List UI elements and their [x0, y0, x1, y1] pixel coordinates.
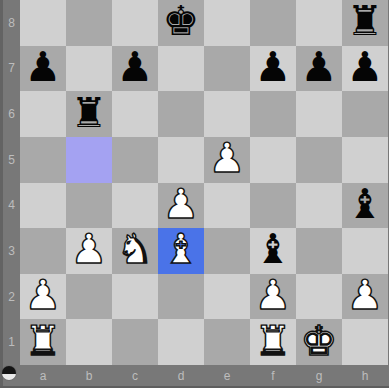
square-g7[interactable]: ♟ — [296, 46, 342, 92]
square-b6[interactable]: ♜ — [66, 91, 112, 137]
square-e7[interactable] — [204, 46, 250, 92]
square-b8[interactable] — [66, 0, 112, 46]
square-b4[interactable] — [66, 183, 112, 229]
square-e5[interactable]: ♟ — [204, 137, 250, 183]
square-f5[interactable] — [250, 137, 296, 183]
square-g4[interactable] — [296, 183, 342, 229]
square-c5[interactable] — [112, 137, 158, 183]
square-d6[interactable] — [158, 91, 204, 137]
rank-label-6: 6 — [3, 91, 20, 137]
square-c3[interactable]: ♞ — [112, 228, 158, 274]
chess-board-app: ♚♜♟♟♟♟♟♜♟♟♝♟♞♝♝♟♟♟♜♜♚ 87654321 abcdefgh — [0, 0, 389, 388]
turn-indicator-black-to-move — [2, 366, 16, 380]
square-a1[interactable]: ♜ — [20, 319, 66, 365]
square-g8[interactable] — [296, 0, 342, 46]
square-e6[interactable] — [204, 91, 250, 137]
piece-white-rook[interactable]: ♜ — [25, 321, 62, 362]
square-f4[interactable] — [250, 183, 296, 229]
piece-white-knight[interactable]: ♞ — [117, 229, 154, 270]
square-e8[interactable] — [204, 0, 250, 46]
piece-black-pawn[interactable]: ♟ — [255, 47, 292, 88]
square-c2[interactable] — [112, 274, 158, 320]
square-e4[interactable] — [204, 183, 250, 229]
rank-label-8: 8 — [3, 0, 20, 46]
piece-white-pawn[interactable]: ♟ — [25, 275, 62, 316]
rank-label-3: 3 — [3, 228, 20, 274]
square-e2[interactable] — [204, 274, 250, 320]
piece-black-rook[interactable]: ♜ — [347, 1, 384, 42]
piece-black-pawn[interactable]: ♟ — [301, 47, 338, 88]
square-c8[interactable] — [112, 0, 158, 46]
chess-board[interactable]: ♚♜♟♟♟♟♟♜♟♟♝♟♞♝♝♟♟♟♜♜♚ — [20, 0, 388, 365]
piece-white-pawn[interactable]: ♟ — [347, 275, 384, 316]
rank-label-5: 5 — [3, 137, 20, 183]
piece-black-pawn[interactable]: ♟ — [117, 47, 154, 88]
square-h7[interactable]: ♟ — [342, 46, 388, 92]
square-d7[interactable] — [158, 46, 204, 92]
piece-black-king[interactable]: ♚ — [163, 1, 200, 42]
square-h4[interactable]: ♝ — [342, 183, 388, 229]
square-b5[interactable] — [66, 137, 112, 183]
piece-black-bishop[interactable]: ♝ — [255, 229, 292, 270]
square-f7[interactable]: ♟ — [250, 46, 296, 92]
file-label-f: f — [250, 365, 296, 386]
square-d3[interactable]: ♝ — [158, 228, 204, 274]
square-f6[interactable] — [250, 91, 296, 137]
piece-black-pawn[interactable]: ♟ — [25, 47, 62, 88]
square-b1[interactable] — [66, 319, 112, 365]
square-g3[interactable] — [296, 228, 342, 274]
square-d8[interactable]: ♚ — [158, 0, 204, 46]
piece-black-rook[interactable]: ♜ — [71, 93, 108, 134]
rank-label-2: 2 — [3, 274, 20, 320]
rank-label-1: 1 — [3, 319, 20, 365]
square-h5[interactable] — [342, 137, 388, 183]
square-g6[interactable] — [296, 91, 342, 137]
square-h2[interactable]: ♟ — [342, 274, 388, 320]
square-a8[interactable] — [20, 0, 66, 46]
file-label-e: e — [204, 365, 250, 386]
piece-white-king[interactable]: ♚ — [301, 321, 338, 362]
file-label-g: g — [296, 365, 342, 386]
piece-black-bishop[interactable]: ♝ — [347, 184, 384, 225]
file-label-a: a — [20, 365, 66, 386]
square-h6[interactable] — [342, 91, 388, 137]
square-e1[interactable] — [204, 319, 250, 365]
square-f2[interactable]: ♟ — [250, 274, 296, 320]
square-a4[interactable] — [20, 183, 66, 229]
piece-black-pawn[interactable]: ♟ — [347, 47, 384, 88]
file-label-h: h — [342, 365, 388, 386]
square-c4[interactable] — [112, 183, 158, 229]
square-a2[interactable]: ♟ — [20, 274, 66, 320]
rank-label-7: 7 — [3, 46, 20, 92]
square-f3[interactable]: ♝ — [250, 228, 296, 274]
file-coordinates: abcdefgh — [20, 365, 388, 386]
piece-white-pawn[interactable]: ♟ — [209, 138, 246, 179]
square-g1[interactable]: ♚ — [296, 319, 342, 365]
square-c1[interactable] — [112, 319, 158, 365]
piece-white-pawn[interactable]: ♟ — [163, 184, 200, 225]
square-a5[interactable] — [20, 137, 66, 183]
square-d5[interactable] — [158, 137, 204, 183]
square-c7[interactable]: ♟ — [112, 46, 158, 92]
square-b3[interactable]: ♟ — [66, 228, 112, 274]
square-a6[interactable] — [20, 91, 66, 137]
square-e3[interactable] — [204, 228, 250, 274]
square-g2[interactable] — [296, 274, 342, 320]
piece-white-pawn[interactable]: ♟ — [71, 229, 108, 270]
piece-white-rook[interactable]: ♜ — [255, 321, 292, 362]
rank-coordinates: 87654321 — [3, 0, 20, 365]
square-c6[interactable] — [112, 91, 158, 137]
square-a3[interactable] — [20, 228, 66, 274]
square-g5[interactable] — [296, 137, 342, 183]
square-b7[interactable] — [66, 46, 112, 92]
square-h8[interactable]: ♜ — [342, 0, 388, 46]
square-f8[interactable] — [250, 0, 296, 46]
square-a7[interactable]: ♟ — [20, 46, 66, 92]
rank-label-4: 4 — [3, 183, 20, 229]
square-b2[interactable] — [66, 274, 112, 320]
square-f1[interactable]: ♜ — [250, 319, 296, 365]
piece-white-bishop[interactable]: ♝ — [163, 229, 200, 270]
file-label-c: c — [112, 365, 158, 386]
square-h3[interactable] — [342, 228, 388, 274]
file-label-d: d — [158, 365, 204, 386]
piece-white-pawn[interactable]: ♟ — [255, 275, 292, 316]
square-d4[interactable]: ♟ — [158, 183, 204, 229]
file-label-b: b — [66, 365, 112, 386]
square-h1[interactable] — [342, 319, 388, 365]
square-d1[interactable] — [158, 319, 204, 365]
square-d2[interactable] — [158, 274, 204, 320]
